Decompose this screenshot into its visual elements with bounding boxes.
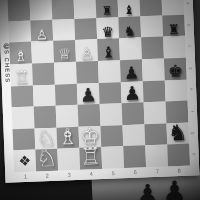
file-label: d [183,64,199,71]
square[interactable] [55,83,78,105]
square[interactable] [31,41,54,63]
square[interactable] [13,128,36,150]
rank-label: 4 [82,170,100,179]
square[interactable]: ♘ [35,149,58,171]
white-rook[interactable]: ♖ [80,145,102,169]
square[interactable]: ♞ [118,16,141,38]
square[interactable] [98,60,121,82]
rank-label: 3 [60,171,78,180]
square[interactable] [145,145,168,167]
black-pawn[interactable]: ♟ [124,64,140,81]
rank-label: 5 [104,169,122,178]
square[interactable] [52,19,75,41]
white-bishop[interactable]: ♗ [58,126,78,149]
file-label: c [182,43,198,50]
square[interactable]: ♗ [9,42,32,64]
square[interactable]: ♟ [121,81,144,103]
square[interactable] [74,0,97,19]
black-bishop[interactable]: ♝ [102,45,116,61]
black-pawn[interactable]: ♟ [80,86,97,105]
rank-label: 8 [170,167,188,176]
square[interactable] [57,148,80,170]
square[interactable]: ♗ [57,127,80,149]
black-pawn[interactable]: ♟ [124,84,141,103]
square[interactable]: ♛ [96,17,119,39]
square[interactable] [100,125,123,147]
square[interactable] [122,102,145,124]
black-knight[interactable]: ♞ [124,24,137,38]
white-knight[interactable]: ♘ [36,147,58,171]
square[interactable]: ♟ [120,59,143,81]
square[interactable] [142,58,165,80]
square[interactable]: ❖ [13,150,36,172]
square[interactable] [122,124,145,146]
square[interactable] [76,61,99,83]
file-label: f [184,108,200,115]
white-bishop[interactable]: ♗ [14,49,28,65]
rank-label: 1 [16,173,34,182]
square[interactable] [11,85,34,107]
square[interactable] [74,18,97,40]
square[interactable] [141,37,164,59]
black-queen[interactable]: ♛ [102,25,115,39]
chessboard-grid: ♜♝♙♛♞♜♗♕♙♝♖♟♚♟♟♘♗♔♞❖♘♖ [8,0,191,172]
square[interactable]: ♞ [166,122,189,144]
square[interactable] [119,38,142,60]
file-label: a [180,0,196,7]
square[interactable] [8,0,31,21]
chess-board: ⒸUS CHESS ♜♝♙♛♞♜♗♕♙♝♖♟♚♟♟♘♗♔♞❖♘♖ abcdefg… [0,0,199,183]
square[interactable] [144,102,167,124]
square[interactable] [101,146,124,168]
black-knight[interactable]: ♞ [168,122,188,145]
file-label: e [183,86,199,93]
square[interactable] [123,146,146,168]
square[interactable] [33,84,56,106]
square[interactable]: ♙ [30,19,53,41]
square[interactable] [32,63,55,85]
rank-label: 6 [126,168,144,177]
square[interactable] [54,62,77,84]
chess-photo-scene: ⒸUS CHESS ♜♝♙♛♞♜♗♕♙♝♖♟♚♟♟♘♗♔♞❖♘♖ abcdefg… [0,0,200,200]
file-label: h [186,151,200,158]
square[interactable] [52,0,75,19]
square[interactable] [30,0,53,20]
square[interactable] [12,107,35,129]
black-bishop[interactable]: ♝ [124,5,135,17]
rank-label: 7 [148,167,166,176]
square[interactable] [99,82,122,104]
white-pawn[interactable]: ♙ [80,46,94,62]
square[interactable]: ♖ [10,63,33,85]
file-label: b [181,21,197,28]
square[interactable]: ♝ [97,38,120,60]
square[interactable]: ♖ [79,147,102,169]
black-rook[interactable]: ♜ [168,23,181,37]
knight-diamond-logo-icon: ❖ [18,153,32,168]
square[interactable]: ♜ [95,0,118,18]
black-king[interactable]: ♚ [168,62,184,79]
square[interactable] [143,80,166,102]
square[interactable] [8,20,31,42]
square[interactable] [139,0,162,16]
white-pawn[interactable]: ♙ [36,28,49,42]
square[interactable]: ♟ [77,83,100,105]
black-rook[interactable]: ♜ [102,5,113,17]
square[interactable] [144,123,167,145]
square[interactable]: ♕ [53,40,76,62]
square[interactable] [100,103,123,125]
white-queen[interactable]: ♕ [58,47,72,63]
rank-label: 2 [38,172,56,181]
square[interactable] [140,15,163,37]
white-rook[interactable]: ♖ [14,68,30,85]
square[interactable]: ♙ [75,39,98,61]
square[interactable]: ♝ [117,0,140,17]
